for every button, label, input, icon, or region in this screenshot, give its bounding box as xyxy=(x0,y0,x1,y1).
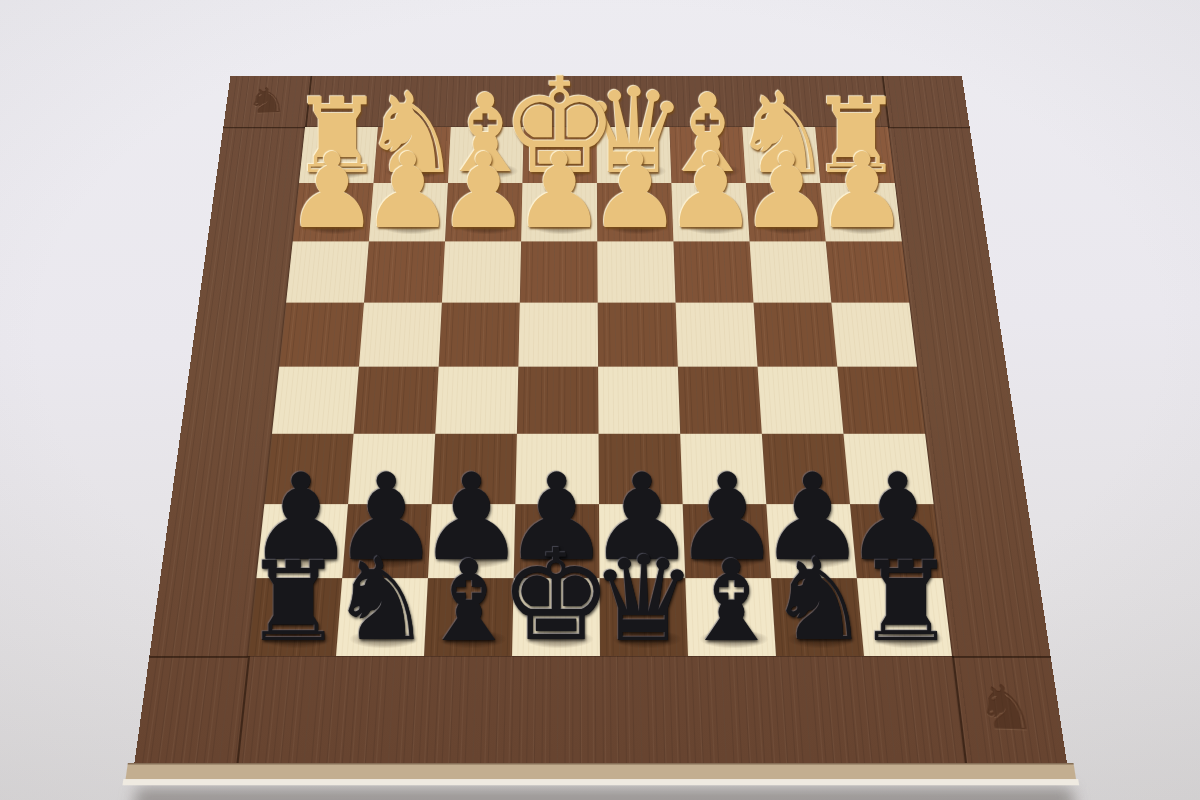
square-f4 xyxy=(439,303,520,367)
square-b6 xyxy=(762,434,850,504)
square-f3 xyxy=(442,241,521,302)
square-a7 xyxy=(850,504,943,578)
square-c5 xyxy=(678,367,762,434)
square-f7 xyxy=(428,504,515,578)
square-a8 xyxy=(857,578,952,656)
square-d5 xyxy=(598,367,680,434)
square-b5 xyxy=(758,367,844,434)
square-d1 xyxy=(597,127,672,183)
square-a6 xyxy=(843,434,933,504)
square-h8 xyxy=(248,578,342,656)
frame-groove xyxy=(149,656,248,658)
square-c7 xyxy=(683,504,771,578)
square-e8 xyxy=(512,578,600,656)
square-d7 xyxy=(599,504,685,578)
square-g3 xyxy=(364,241,445,302)
square-e7 xyxy=(514,504,600,578)
square-f1 xyxy=(448,127,524,183)
square-h7 xyxy=(256,504,348,578)
square-c1 xyxy=(669,127,745,183)
board-cast-shadow xyxy=(133,787,1076,800)
square-g7 xyxy=(342,504,432,578)
board-bevel-edge xyxy=(125,763,1076,780)
square-f2 xyxy=(445,183,522,241)
square-c2 xyxy=(671,183,749,241)
square-a2 xyxy=(820,183,902,241)
square-f8 xyxy=(424,578,514,656)
square-d2 xyxy=(597,183,674,241)
square-g1 xyxy=(373,127,450,183)
maker-logo-knight-icon: ♞ xyxy=(973,676,1039,740)
square-e5 xyxy=(517,367,599,434)
frame-groove xyxy=(888,127,970,128)
frame-groove xyxy=(952,656,1051,658)
square-e4 xyxy=(518,303,598,367)
chessboard-grid xyxy=(248,127,952,656)
square-g4 xyxy=(359,303,442,367)
square-b2 xyxy=(746,183,826,241)
square-d4 xyxy=(598,303,678,367)
square-d3 xyxy=(597,241,675,302)
square-g6 xyxy=(348,434,435,504)
square-b1 xyxy=(742,127,820,183)
square-d8 xyxy=(599,578,688,656)
square-f5 xyxy=(435,367,518,434)
square-c6 xyxy=(680,434,766,504)
square-b7 xyxy=(766,504,856,578)
square-a5 xyxy=(837,367,925,434)
board-bevel-highlight xyxy=(122,779,1079,785)
square-h3 xyxy=(286,241,369,302)
square-h2 xyxy=(293,183,374,241)
square-a3 xyxy=(826,241,910,302)
frame-groove xyxy=(236,656,250,764)
square-a4 xyxy=(831,303,917,367)
square-b8 xyxy=(771,578,864,656)
square-c4 xyxy=(676,303,758,367)
frame-groove xyxy=(223,127,305,128)
square-b3 xyxy=(750,241,832,302)
square-h4 xyxy=(279,303,364,367)
square-b4 xyxy=(753,303,837,367)
square-h6 xyxy=(264,434,353,504)
square-h1 xyxy=(299,127,378,183)
chessboard-photo-scene: ♞ ♞ ♜♞♝♛♚♝♞♜♟♟♟♟♟♟♟♟♟♟♟♟♟♟♟♟♜♞♝♛♚♝♞♜ xyxy=(0,0,1200,800)
square-f6 xyxy=(432,434,517,504)
square-h5 xyxy=(272,367,359,434)
square-d6 xyxy=(599,434,683,504)
square-c3 xyxy=(673,241,753,302)
square-c8 xyxy=(685,578,776,656)
square-e6 xyxy=(515,434,599,504)
square-e1 xyxy=(522,127,596,183)
square-e3 xyxy=(520,241,598,302)
frame-groove xyxy=(882,76,890,127)
board-plane: ♞ ♞ xyxy=(248,127,952,656)
square-g5 xyxy=(354,367,439,434)
square-e2 xyxy=(521,183,597,241)
maker-logo-knight-icon: ♞ xyxy=(245,83,289,119)
square-g8 xyxy=(336,578,428,656)
frame-groove xyxy=(952,656,967,764)
frame-groove xyxy=(305,76,312,127)
square-a1 xyxy=(815,127,895,183)
square-g2 xyxy=(369,183,448,241)
